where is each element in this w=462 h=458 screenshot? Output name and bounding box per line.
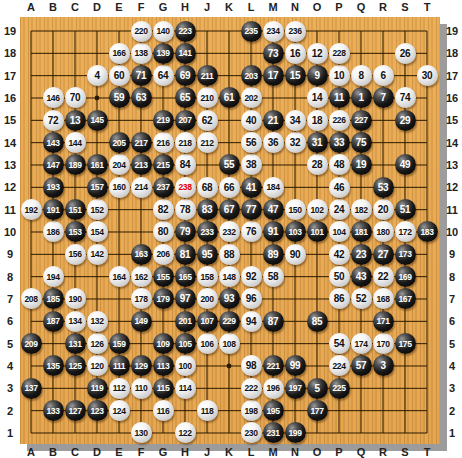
white-stone-L16-move-202[interactable]: 202 [241,87,262,108]
white-stone-E8-move-164[interactable]: 164 [109,266,130,287]
white-stone-B8-move-194[interactable]: 194 [43,266,64,287]
white-stone-J5-move-106[interactable]: 106 [197,333,218,354]
row-label-right-6: 6 [449,315,455,327]
white-stone-L15-move-40[interactable]: 40 [241,110,262,131]
row-label-left-8: 8 [7,271,13,283]
white-stone-D9-move-142[interactable]: 142 [87,244,108,265]
row-label-left-2: 2 [7,405,13,417]
white-stone-Q17-move-8[interactable]: 8 [351,65,372,86]
black-stone-F14-move-217[interactable]: 217 [131,132,152,153]
black-stone-M17-move-17[interactable]: 17 [263,65,284,86]
col-label-top-F: F [138,1,145,13]
black-stone-J11-move-83[interactable]: 83 [197,199,218,220]
white-stone-N9-move-90[interactable]: 90 [285,244,306,265]
row-label-left-4: 4 [7,360,13,372]
row-label-left-7: 7 [7,293,13,305]
black-stone-J10-move-233[interactable]: 233 [197,221,218,242]
col-label-top-H: H [181,1,189,13]
black-stone-J17-move-211[interactable]: 211 [197,65,218,86]
white-stone-N18-move-16[interactable]: 16 [285,43,306,64]
col-label-top-O: O [313,1,322,13]
black-stone-P14-move-33[interactable]: 33 [329,132,350,153]
black-stone-D2-move-123[interactable]: 123 [87,400,108,421]
black-stone-R16-move-7[interactable]: 7 [373,87,394,108]
black-stone-R12-move-53[interactable]: 53 [373,177,394,198]
white-stone-E3-move-112[interactable]: 112 [109,378,130,399]
row-label-right-4: 4 [449,360,455,372]
white-stone-K8-move-148[interactable]: 148 [219,266,240,287]
row-label-right-13: 13 [446,159,458,171]
black-stone-N4-move-99[interactable]: 99 [285,355,306,376]
black-stone-G15-move-219[interactable]: 219 [153,110,174,131]
black-stone-A3-move-137[interactable]: 137 [21,378,42,399]
black-stone-Q14-move-75[interactable]: 75 [351,132,372,153]
black-stone-L12-move-41[interactable]: 41 [241,177,262,198]
row-label-right-3: 3 [449,382,455,394]
black-stone-M6-move-87[interactable]: 87 [263,311,284,332]
white-stone-E17-move-60[interactable]: 60 [109,65,130,86]
white-stone-C16-move-70[interactable]: 70 [65,87,86,108]
white-stone-P17-move-10[interactable]: 10 [329,65,350,86]
white-stone-L1-move-230[interactable]: 230 [241,422,262,443]
black-stone-K16-move-61[interactable]: 61 [219,87,240,108]
row-label-right-12: 12 [446,181,458,193]
black-stone-D15-move-145[interactable]: 145 [87,110,108,131]
black-stone-H16-move-65[interactable]: 65 [175,87,196,108]
black-stone-S8-move-169[interactable]: 169 [395,266,416,287]
col-label-top-D: D [93,1,101,13]
col-label-bottom-H: H [181,446,189,458]
white-stone-R5-move-170[interactable]: 170 [373,333,394,354]
black-stone-H19-move-223[interactable]: 223 [175,21,196,42]
col-label-bottom-O: O [313,446,322,458]
row-label-left-1: 1 [7,427,13,439]
white-stone-P7-move-86[interactable]: 86 [329,288,350,309]
white-stone-S10-move-172[interactable]: 172 [395,221,416,242]
black-stone-N10-move-103[interactable]: 103 [285,221,306,242]
black-stone-S11-move-51[interactable]: 51 [395,199,416,220]
white-stone-O18-move-12[interactable]: 12 [307,43,328,64]
col-label-bottom-G: G [159,446,168,458]
col-label-bottom-S: S [401,446,408,458]
row-label-right-2: 2 [449,405,455,417]
white-stone-C9-move-156[interactable]: 156 [65,244,86,265]
white-stone-P12-move-46[interactable]: 46 [329,177,350,198]
black-stone-E5-move-159[interactable]: 159 [109,333,130,354]
white-stone-H11-move-78[interactable]: 78 [175,199,196,220]
white-stone-S18-move-26[interactable]: 26 [395,43,416,64]
black-stone-S7-move-167[interactable]: 167 [395,288,416,309]
white-stone-R11-move-20[interactable]: 20 [373,199,394,220]
white-stone-Q7-move-52[interactable]: 52 [351,288,372,309]
row-label-left-3: 3 [7,382,13,394]
white-stone-P8-move-50[interactable]: 50 [329,266,350,287]
black-stone-Q16-move-1[interactable]: 1 [351,87,372,108]
white-stone-K9-move-88[interactable]: 88 [219,244,240,265]
col-label-top-J: J [204,1,210,13]
col-label-top-E: E [115,1,122,13]
col-label-top-K: K [225,1,233,13]
white-stone-B16-move-146[interactable]: 146 [43,87,64,108]
black-stone-Q9-move-23[interactable]: 23 [351,244,372,265]
black-stone-H18-move-141[interactable]: 141 [175,43,196,64]
black-stone-A5-move-209[interactable]: 209 [21,333,42,354]
white-stone-G2-move-116[interactable]: 116 [153,400,174,421]
white-stone-J7-move-200[interactable]: 200 [197,288,218,309]
black-stone-C15-move-13[interactable]: 13 [65,110,86,131]
white-stone-C7-move-190[interactable]: 190 [65,288,86,309]
row-label-left-5: 5 [7,338,13,350]
row-label-left-9: 9 [7,248,13,260]
black-stone-B4-move-135[interactable]: 135 [43,355,64,376]
row-label-right-19: 19 [446,25,458,37]
black-stone-O6-move-85[interactable]: 85 [307,311,328,332]
col-label-top-B: B [49,1,57,13]
white-stone-P13-move-48[interactable]: 48 [329,154,350,175]
black-stone-B13-move-147[interactable]: 147 [43,154,64,175]
white-stone-L3-move-222[interactable]: 222 [241,378,262,399]
black-stone-D3-move-119[interactable]: 119 [87,378,108,399]
row-label-right-18: 18 [446,47,458,59]
col-label-top-L: L [248,1,255,13]
black-stone-M10-move-91[interactable]: 91 [263,221,284,242]
black-stone-R9-move-27[interactable]: 27 [373,244,394,265]
col-label-bottom-E: E [115,446,122,458]
black-stone-G8-move-155[interactable]: 155 [153,266,174,287]
black-stone-K6-move-229[interactable]: 229 [219,311,240,332]
col-label-bottom-B: B [49,446,57,458]
black-stone-G12-move-237[interactable]: 237 [153,177,174,198]
row-label-left-16: 16 [4,92,16,104]
white-stone-H3-move-114[interactable]: 114 [175,378,196,399]
row-label-right-10: 10 [446,226,458,238]
black-stone-B14-move-143[interactable]: 143 [43,132,64,153]
black-stone-N17-move-15[interactable]: 15 [285,65,306,86]
black-stone-T10-move-183[interactable]: 183 [417,221,438,242]
white-stone-E18-move-166[interactable]: 166 [109,43,130,64]
white-stone-K10-move-232[interactable]: 232 [219,221,240,242]
white-stone-Q5-move-174[interactable]: 174 [351,333,372,354]
row-label-right-15: 15 [446,114,458,126]
black-stone-D12-move-157[interactable]: 157 [87,177,108,198]
white-stone-D17-move-4[interactable]: 4 [87,65,108,86]
white-stone-M19-move-234[interactable]: 234 [263,21,284,42]
black-stone-N1-move-199[interactable]: 199 [285,422,306,443]
row-label-right-9: 9 [449,248,455,260]
white-stone-M12-move-184[interactable]: 184 [263,177,284,198]
black-stone-L17-move-203[interactable]: 203 [241,65,262,86]
black-stone-L11-move-77[interactable]: 77 [241,199,262,220]
white-stone-F18-move-138[interactable]: 138 [131,43,152,64]
black-stone-E16-move-59[interactable]: 59 [109,87,130,108]
white-stone-J12-move-68[interactable]: 68 [197,177,218,198]
white-stone-R7-move-168[interactable]: 168 [373,288,394,309]
white-stone-P4-move-224[interactable]: 224 [329,355,350,376]
row-label-right-8: 8 [449,271,455,283]
white-stone-M14-move-36[interactable]: 36 [263,132,284,153]
col-label-bottom-Q: Q [357,446,366,458]
col-label-bottom-P: P [335,446,342,458]
row-label-right-5: 5 [449,338,455,350]
black-stone-M15-move-21[interactable]: 21 [263,110,284,131]
white-stone-D10-move-154[interactable]: 154 [87,221,108,242]
white-stone-Q11-move-182[interactable]: 182 [351,199,372,220]
white-stone-P15-move-226[interactable]: 226 [329,110,350,131]
row-label-left-6: 6 [7,315,13,327]
black-stone-G7-move-179[interactable]: 179 [153,288,174,309]
black-stone-G18-move-139[interactable]: 139 [153,43,174,64]
white-stone-M8-move-58[interactable]: 58 [263,266,284,287]
white-stone-J16-move-210[interactable]: 210 [197,87,218,108]
black-stone-H15-move-207[interactable]: 207 [175,110,196,131]
white-stone-C6-move-134[interactable]: 134 [65,311,86,332]
row-label-left-19: 19 [4,25,16,37]
white-stone-P5-move-54[interactable]: 54 [329,333,350,354]
white-stone-F1-move-130[interactable]: 130 [131,422,152,443]
white-stone-N14-move-32[interactable]: 32 [285,132,306,153]
black-stone-F6-move-149[interactable]: 149 [131,311,152,332]
col-label-bottom-A: A [27,446,35,458]
white-stone-H13-move-84[interactable]: 84 [175,154,196,175]
white-stone-N15-move-34[interactable]: 34 [285,110,306,131]
white-stone-F19-move-220[interactable]: 220 [131,21,152,42]
col-label-top-A: A [27,1,35,13]
black-stone-F9-move-163[interactable]: 163 [131,244,152,265]
black-stone-M11-move-47[interactable]: 47 [263,199,284,220]
white-stone-F8-move-162[interactable]: 162 [131,266,152,287]
white-stone-C14-move-144[interactable]: 144 [65,132,86,153]
black-stone-K7-move-93[interactable]: 93 [219,288,240,309]
white-stone-B10-move-186[interactable]: 186 [43,221,64,242]
black-stone-G5-move-109[interactable]: 109 [153,333,174,354]
white-stone-L4-move-98[interactable]: 98 [241,355,262,376]
row-label-right-17: 17 [446,70,458,82]
white-stone-L7-move-96[interactable]: 96 [241,288,262,309]
white-stone-F7-move-178[interactable]: 178 [131,288,152,309]
black-stone-O10-move-101[interactable]: 101 [307,221,328,242]
black-stone-H8-move-165[interactable]: 165 [175,266,196,287]
white-stone-E13-move-204[interactable]: 204 [109,154,130,175]
black-stone-H5-move-105[interactable]: 105 [175,333,196,354]
white-stone-A11-move-192[interactable]: 192 [21,199,42,220]
white-stone-L10-move-76[interactable]: 76 [241,221,262,242]
white-stone-J8-move-158[interactable]: 158 [197,266,218,287]
white-stone-H12-move-238[interactable]: 238 [175,177,196,198]
white-stone-S16-move-74[interactable]: 74 [395,87,416,108]
white-stone-R10-move-180[interactable]: 180 [373,221,394,242]
col-label-top-R: R [379,1,387,13]
col-label-top-N: N [291,1,299,13]
white-stone-G17-move-64[interactable]: 64 [153,65,174,86]
black-stone-E14-move-205[interactable]: 205 [109,132,130,153]
white-stone-R17-move-6[interactable]: 6 [373,65,394,86]
white-stone-J15-move-62[interactable]: 62 [197,110,218,131]
black-stone-S9-move-173[interactable]: 173 [395,244,416,265]
black-stone-M1-move-231[interactable]: 231 [263,422,284,443]
row-label-left-17: 17 [4,70,16,82]
col-label-bottom-D: D [93,446,101,458]
black-stone-K11-move-67[interactable]: 67 [219,199,240,220]
white-stone-R8-move-22[interactable]: 22 [373,266,394,287]
black-stone-F16-move-63[interactable]: 63 [131,87,152,108]
white-stone-D5-move-126[interactable]: 126 [87,333,108,354]
black-stone-F4-move-129[interactable]: 129 [131,355,152,376]
white-stone-H4-move-100[interactable]: 100 [175,355,196,376]
white-stone-G9-move-206[interactable]: 206 [153,244,174,265]
row-label-left-18: 18 [4,47,16,59]
white-stone-H14-move-218[interactable]: 218 [175,132,196,153]
row-label-left-12: 12 [4,181,16,193]
black-stone-M4-move-221[interactable]: 221 [263,355,284,376]
go-board[interactable]: 1345678910111213141516171819202122232426… [20,17,440,444]
row-label-right-1: 1 [449,427,455,439]
white-stone-T17-move-30[interactable]: 30 [417,65,438,86]
black-stone-C4-move-125[interactable]: 125 [65,355,86,376]
white-stone-L14-move-56[interactable]: 56 [241,132,262,153]
black-stone-S5-move-175[interactable]: 175 [395,333,416,354]
white-stone-G10-move-80[interactable]: 80 [153,221,174,242]
white-stone-A7-move-208[interactable]: 208 [21,288,42,309]
col-label-bottom-N: N [291,446,299,458]
col-label-bottom-M: M [268,446,277,458]
col-label-bottom-L: L [248,446,255,458]
black-stone-M9-move-89[interactable]: 89 [263,244,284,265]
white-stone-F12-move-214[interactable]: 214 [131,177,152,198]
white-stone-O11-move-102[interactable]: 102 [307,199,328,220]
col-label-top-C: C [71,1,79,13]
white-stone-D4-move-120[interactable]: 120 [87,355,108,376]
white-stone-J14-move-212[interactable]: 212 [197,132,218,153]
white-stone-N11-move-150[interactable]: 150 [285,199,306,220]
black-stone-R4-move-3[interactable]: 3 [373,355,394,376]
col-label-top-G: G [159,1,168,13]
row-label-left-14: 14 [4,137,16,149]
black-stone-M2-move-195[interactable]: 195 [263,400,284,421]
black-stone-H10-move-79[interactable]: 79 [175,221,196,242]
col-label-bottom-F: F [138,446,145,458]
black-stone-B11-move-191[interactable]: 191 [43,199,64,220]
black-stone-L19-move-235[interactable]: 235 [241,21,262,42]
black-stone-O3-move-5[interactable]: 5 [307,378,328,399]
white-stone-F3-move-110[interactable]: 110 [131,378,152,399]
white-stone-D11-move-152[interactable]: 152 [87,199,108,220]
black-stone-B12-move-193[interactable]: 193 [43,177,64,198]
black-stone-S13-move-49[interactable]: 49 [395,154,416,175]
black-stone-H9-move-81[interactable]: 81 [175,244,196,265]
black-stone-H17-move-69[interactable]: 69 [175,65,196,86]
black-stone-G13-move-215[interactable]: 215 [153,154,174,175]
white-stone-P10-move-104[interactable]: 104 [329,221,350,242]
white-stone-L13-move-38[interactable]: 38 [241,154,262,175]
black-stone-P3-move-225[interactable]: 225 [329,378,350,399]
go-kifu-screen: 1345678910111213141516171819202122232426… [0,0,462,458]
white-stone-O16-move-14[interactable]: 14 [307,87,328,108]
black-stone-B6-move-187[interactable]: 187 [43,311,64,332]
row-label-left-15: 15 [4,114,16,126]
row-label-right-11: 11 [446,204,458,216]
white-stone-G14-move-216[interactable]: 216 [153,132,174,153]
black-stone-E4-move-111[interactable]: 111 [109,355,130,376]
white-stone-K12-move-66[interactable]: 66 [219,177,240,198]
black-stone-P16-move-11[interactable]: 11 [329,87,350,108]
row-label-left-10: 10 [4,226,16,238]
black-stone-N3-move-197[interactable]: 197 [285,378,306,399]
black-stone-S15-move-29[interactable]: 29 [395,110,416,131]
white-stone-L8-move-92[interactable]: 92 [241,266,262,287]
white-stone-E2-move-124[interactable]: 124 [109,400,130,421]
black-stone-C5-move-131[interactable]: 131 [65,333,86,354]
row-label-right-16: 16 [446,92,458,104]
col-label-bottom-T: T [424,446,431,458]
col-label-bottom-J: J [204,446,210,458]
black-stone-O17-move-9[interactable]: 9 [307,65,328,86]
white-stone-H1-move-122[interactable]: 122 [175,422,196,443]
col-label-top-M: M [268,1,277,13]
black-stone-B2-move-133[interactable]: 133 [43,400,64,421]
black-stone-C10-move-153[interactable]: 153 [65,221,86,242]
black-stone-H6-move-201[interactable]: 201 [175,311,196,332]
black-stone-O14-move-31[interactable]: 31 [307,132,328,153]
black-stone-Q15-move-227[interactable]: 227 [351,110,372,131]
white-stone-M3-move-196[interactable]: 196 [263,378,284,399]
white-stone-D6-move-132[interactable]: 132 [87,311,108,332]
col-label-top-S: S [401,1,408,13]
col-label-bottom-K: K [225,446,233,458]
black-stone-F13-move-213[interactable]: 213 [131,154,152,175]
black-stone-M18-move-73[interactable]: 73 [263,43,284,64]
black-stone-G4-move-113[interactable]: 113 [153,355,174,376]
white-stone-O15-move-18[interactable]: 18 [307,110,328,131]
white-stone-E12-move-160[interactable]: 160 [109,177,130,198]
white-stone-G11-move-82[interactable]: 82 [153,199,174,220]
black-stone-R6-move-171[interactable]: 171 [373,311,394,332]
white-stone-J2-move-118[interactable]: 118 [197,400,218,421]
black-stone-J6-move-107[interactable]: 107 [197,311,218,332]
white-stone-L6-move-94[interactable]: 94 [241,311,262,332]
white-stone-P9-move-42[interactable]: 42 [329,244,350,265]
col-label-bottom-R: R [379,446,387,458]
black-stone-C13-move-189[interactable]: 189 [65,154,86,175]
black-stone-Q10-move-181[interactable]: 181 [351,221,372,242]
row-label-right-7: 7 [449,293,455,305]
black-stone-K13-move-55[interactable]: 55 [219,154,240,175]
white-stone-L2-move-198[interactable]: 198 [241,400,262,421]
white-stone-N19-move-236[interactable]: 236 [285,21,306,42]
row-label-right-14: 14 [446,137,458,149]
black-stone-Q8-move-43[interactable]: 43 [351,266,372,287]
black-stone-C2-move-127[interactable]: 127 [65,400,86,421]
white-stone-P18-move-228[interactable]: 228 [329,43,350,64]
black-stone-J9-move-95[interactable]: 95 [197,244,218,265]
black-stone-Q4-move-57[interactable]: 57 [351,355,372,376]
black-stone-G3-move-115[interactable]: 115 [153,378,174,399]
black-stone-F17-move-71[interactable]: 71 [131,65,152,86]
black-stone-O2-move-177[interactable]: 177 [307,400,328,421]
row-label-left-11: 11 [4,204,16,216]
white-stone-O13-move-28[interactable]: 28 [307,154,328,175]
white-stone-K5-move-108[interactable]: 108 [219,333,240,354]
black-stone-Q13-move-19[interactable]: 19 [351,154,372,175]
black-stone-B7-move-185[interactable]: 185 [43,288,64,309]
col-label-top-P: P [335,1,342,13]
white-stone-B15-move-72[interactable]: 72 [43,110,64,131]
white-stone-G19-move-140[interactable]: 140 [153,21,174,42]
black-stone-H7-move-97[interactable]: 97 [175,288,196,309]
white-stone-P11-move-24[interactable]: 24 [329,199,350,220]
col-label-top-T: T [424,1,431,13]
black-stone-D13-move-161[interactable]: 161 [87,154,108,175]
black-stone-C11-move-151[interactable]: 151 [65,199,86,220]
